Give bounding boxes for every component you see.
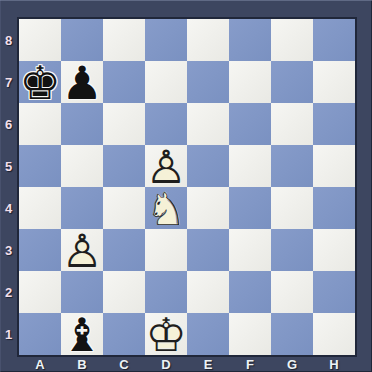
- piece-white-king-d1[interactable]: ♔: [145, 314, 187, 356]
- rank-label-5: 5: [0, 145, 17, 187]
- square-a2[interactable]: [19, 271, 61, 313]
- square-g1[interactable]: [271, 313, 313, 355]
- piece-black-pawn-b7[interactable]: ♟: [61, 62, 103, 104]
- square-h1[interactable]: [313, 313, 355, 355]
- rank-label-4: 4: [0, 187, 17, 229]
- square-f2[interactable]: [229, 271, 271, 313]
- square-e5[interactable]: [187, 145, 229, 187]
- square-b7[interactable]: ♟: [61, 61, 103, 103]
- square-c6[interactable]: [103, 103, 145, 145]
- square-f8[interactable]: [229, 19, 271, 61]
- square-f6[interactable]: [229, 103, 271, 145]
- square-h2[interactable]: [313, 271, 355, 313]
- square-g3[interactable]: [271, 229, 313, 271]
- square-h6[interactable]: [313, 103, 355, 145]
- chess-board: ♚♟♟♙♞♘♟♙♝♚♔: [17, 17, 357, 357]
- square-f1[interactable]: [229, 313, 271, 355]
- square-d7[interactable]: [145, 61, 187, 103]
- square-h7[interactable]: [313, 61, 355, 103]
- square-b5[interactable]: [61, 145, 103, 187]
- square-g7[interactable]: [271, 61, 313, 103]
- square-f3[interactable]: [229, 229, 271, 271]
- square-d8[interactable]: [145, 19, 187, 61]
- square-g4[interactable]: [271, 187, 313, 229]
- square-d2[interactable]: [145, 271, 187, 313]
- square-d4[interactable]: ♞♘: [145, 187, 187, 229]
- file-label-d: D: [145, 357, 187, 372]
- square-c8[interactable]: [103, 19, 145, 61]
- square-e2[interactable]: [187, 271, 229, 313]
- square-g5[interactable]: [271, 145, 313, 187]
- square-e1[interactable]: [187, 313, 229, 355]
- piece-black-king-a7[interactable]: ♚: [19, 62, 61, 104]
- rank-label-7: 7: [0, 61, 17, 103]
- square-g8[interactable]: [271, 19, 313, 61]
- square-c2[interactable]: [103, 271, 145, 313]
- file-label-c: C: [103, 357, 145, 372]
- square-c5[interactable]: [103, 145, 145, 187]
- square-b3[interactable]: ♟♙: [61, 229, 103, 271]
- square-e7[interactable]: [187, 61, 229, 103]
- piece-white-pawn-b3-fill: ♟: [61, 230, 103, 272]
- square-a5[interactable]: [19, 145, 61, 187]
- square-f5[interactable]: [229, 145, 271, 187]
- file-label-f: F: [229, 357, 271, 372]
- rank-label-2: 2: [0, 271, 17, 313]
- square-e6[interactable]: [187, 103, 229, 145]
- piece-white-pawn-d5-fill: ♟: [145, 146, 187, 188]
- square-b4[interactable]: [61, 187, 103, 229]
- rank-label-6: 6: [0, 103, 17, 145]
- square-e4[interactable]: [187, 187, 229, 229]
- file-label-e: E: [187, 357, 229, 372]
- square-c7[interactable]: [103, 61, 145, 103]
- piece-white-knight-d4-fill: ♞: [145, 188, 187, 230]
- square-h5[interactable]: [313, 145, 355, 187]
- rank-label-8: 8: [0, 19, 17, 61]
- file-label-b: B: [61, 357, 103, 372]
- piece-white-pawn-d5[interactable]: ♙: [145, 146, 187, 188]
- square-b8[interactable]: [61, 19, 103, 61]
- square-c3[interactable]: [103, 229, 145, 271]
- square-f7[interactable]: [229, 61, 271, 103]
- file-label-g: G: [271, 357, 313, 372]
- square-a8[interactable]: [19, 19, 61, 61]
- square-a3[interactable]: [19, 229, 61, 271]
- square-a6[interactable]: [19, 103, 61, 145]
- square-e3[interactable]: [187, 229, 229, 271]
- square-e8[interactable]: [187, 19, 229, 61]
- file-label-a: A: [19, 357, 61, 372]
- square-g6[interactable]: [271, 103, 313, 145]
- square-h8[interactable]: [313, 19, 355, 61]
- square-a4[interactable]: [19, 187, 61, 229]
- square-b6[interactable]: [61, 103, 103, 145]
- square-b2[interactable]: [61, 271, 103, 313]
- piece-white-knight-d4[interactable]: ♘: [145, 188, 187, 230]
- file-label-h: H: [313, 357, 355, 372]
- square-d6[interactable]: [145, 103, 187, 145]
- square-d1[interactable]: ♚♔: [145, 313, 187, 355]
- square-f4[interactable]: [229, 187, 271, 229]
- square-d5[interactable]: ♟♙: [145, 145, 187, 187]
- square-c4[interactable]: [103, 187, 145, 229]
- chess-diagram-frame: ♚♟♟♙♞♘♟♙♝♚♔ 87654321 ABCDEFGH: [0, 0, 372, 372]
- piece-white-king-d1-fill: ♚: [145, 314, 187, 356]
- square-h4[interactable]: [313, 187, 355, 229]
- piece-black-bishop-b1[interactable]: ♝: [61, 314, 103, 356]
- piece-white-pawn-b3[interactable]: ♙: [61, 230, 103, 272]
- square-h3[interactable]: [313, 229, 355, 271]
- square-c1[interactable]: [103, 313, 145, 355]
- square-b1[interactable]: ♝: [61, 313, 103, 355]
- square-a1[interactable]: [19, 313, 61, 355]
- square-d3[interactable]: [145, 229, 187, 271]
- rank-label-3: 3: [0, 229, 17, 271]
- rank-label-1: 1: [0, 313, 17, 355]
- square-g2[interactable]: [271, 271, 313, 313]
- square-a7[interactable]: ♚: [19, 61, 61, 103]
